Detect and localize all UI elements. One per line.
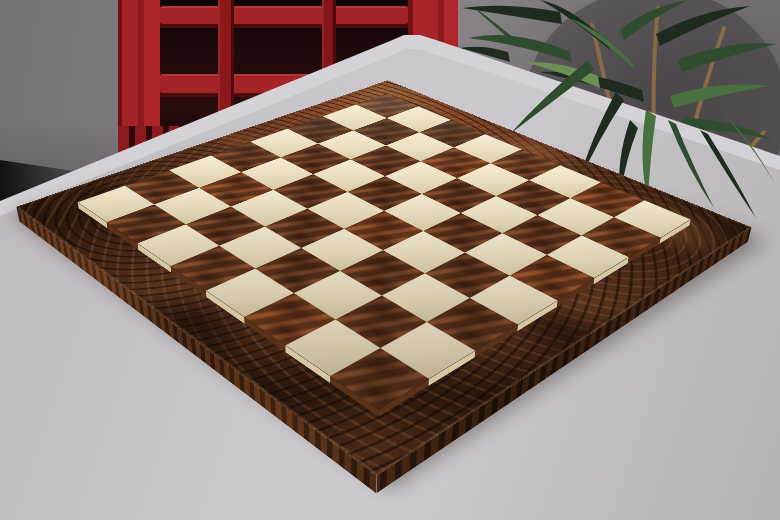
board-grid (78, 93, 691, 409)
board-camera (0, 0, 780, 520)
board-frame (16, 80, 751, 475)
board-field (78, 93, 691, 409)
chessboard (16, 80, 751, 475)
scene-photo (0, 0, 780, 520)
